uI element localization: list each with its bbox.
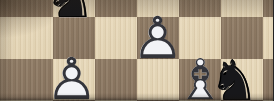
square-r2-c6[interactable] xyxy=(263,59,274,101)
square-r0-c2[interactable] xyxy=(95,0,137,17)
white-pawn-left[interactable]: ♟♙ xyxy=(46,50,98,101)
square-r3-c6[interactable] xyxy=(263,100,274,101)
black-knight-top-outline: ♘ xyxy=(44,0,96,26)
black-knight-right-outline: ♘ xyxy=(209,53,259,101)
square-r3-c2[interactable] xyxy=(95,100,137,101)
square-r0-c4[interactable] xyxy=(179,0,221,17)
square-r3-c3[interactable] xyxy=(137,100,179,101)
square-r0-c6[interactable] xyxy=(263,0,274,17)
black-knight-right[interactable]: ♞♘ xyxy=(209,53,259,101)
square-r1-c2[interactable] xyxy=(95,17,137,59)
chess-board[interactable]: ♞♘♟♙♟♙♝♗♞♘ xyxy=(0,0,273,101)
square-r2-c2[interactable] xyxy=(95,59,137,101)
square-r1-c6[interactable] xyxy=(263,17,274,59)
square-r0-c5[interactable] xyxy=(221,0,263,17)
white-pawn-left-outline: ♙ xyxy=(46,50,98,101)
black-knight-top[interactable]: ♞♘ xyxy=(44,0,96,26)
